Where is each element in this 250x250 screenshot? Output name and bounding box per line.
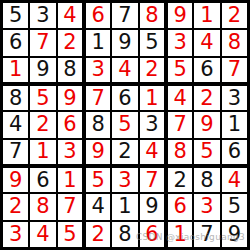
sudoku-cell-r8c3[interactable]: 7 bbox=[57, 193, 84, 220]
sudoku-cell-r2c4[interactable]: 1 bbox=[84, 29, 111, 56]
sudoku-cell-r1c8[interactable]: 1 bbox=[193, 2, 220, 29]
sudoku-cell-r1c7[interactable]: 9 bbox=[166, 2, 193, 29]
sudoku-board: 5346789126721953481983425678597614234268… bbox=[0, 0, 250, 250]
sudoku-cell-r2c2[interactable]: 7 bbox=[29, 29, 56, 56]
sudoku-cell-r1c9[interactable]: 2 bbox=[221, 2, 248, 29]
sudoku-cell-r4c7[interactable]: 4 bbox=[166, 84, 193, 111]
sudoku-cell-r2c8[interactable]: 4 bbox=[193, 29, 220, 56]
sudoku-cell-r5c2[interactable]: 2 bbox=[29, 111, 56, 138]
sudoku-cell-r9c3[interactable]: 5 bbox=[57, 221, 84, 248]
sudoku-cell-r7c4[interactable]: 5 bbox=[84, 166, 111, 193]
sudoku-cell-r3c9[interactable]: 7 bbox=[221, 57, 248, 84]
sudoku-cell-r7c1[interactable]: 9 bbox=[2, 166, 29, 193]
sudoku-cell-r4c6[interactable]: 1 bbox=[139, 84, 166, 111]
sudoku-cell-r7c6[interactable]: 7 bbox=[139, 166, 166, 193]
sudoku-cell-r1c6[interactable]: 8 bbox=[139, 2, 166, 29]
sudoku-cell-r2c7[interactable]: 3 bbox=[166, 29, 193, 56]
sudoku-cell-r3c7[interactable]: 5 bbox=[166, 57, 193, 84]
sudoku-cell-r6c5[interactable]: 2 bbox=[111, 139, 138, 166]
sudoku-cell-r9c7[interactable]: 1 bbox=[166, 221, 193, 248]
sudoku-cell-r6c7[interactable]: 8 bbox=[166, 139, 193, 166]
sudoku-cell-r2c1[interactable]: 6 bbox=[2, 29, 29, 56]
sudoku-cell-r5c3[interactable]: 6 bbox=[57, 111, 84, 138]
sudoku-cell-r5c1[interactable]: 4 bbox=[2, 111, 29, 138]
sudoku-cell-r7c3[interactable]: 1 bbox=[57, 166, 84, 193]
sudoku-cell-r4c1[interactable]: 8 bbox=[2, 84, 29, 111]
sudoku-cell-r7c5[interactable]: 3 bbox=[111, 166, 138, 193]
sudoku-cell-r2c5[interactable]: 9 bbox=[111, 29, 138, 56]
sudoku-cell-r4c9[interactable]: 3 bbox=[221, 84, 248, 111]
sudoku-cell-r8c8[interactable]: 3 bbox=[193, 193, 220, 220]
sudoku-cell-r8c5[interactable]: 1 bbox=[111, 193, 138, 220]
sudoku-cell-r3c8[interactable]: 6 bbox=[193, 57, 220, 84]
sudoku-cell-r9c9[interactable]: 9 bbox=[221, 221, 248, 248]
sudoku-cell-r6c4[interactable]: 9 bbox=[84, 139, 111, 166]
sudoku-cell-r6c8[interactable]: 5 bbox=[193, 139, 220, 166]
sudoku-cell-r5c7[interactable]: 7 bbox=[166, 111, 193, 138]
sudoku-cell-r5c8[interactable]: 9 bbox=[193, 111, 220, 138]
sudoku-cell-r6c2[interactable]: 1 bbox=[29, 139, 56, 166]
sudoku-cell-r2c6[interactable]: 5 bbox=[139, 29, 166, 56]
sudoku-cell-r8c9[interactable]: 5 bbox=[221, 193, 248, 220]
sudoku-cell-r5c9[interactable]: 1 bbox=[221, 111, 248, 138]
sudoku-cell-r3c3[interactable]: 8 bbox=[57, 57, 84, 84]
sudoku-cell-r3c4[interactable]: 3 bbox=[84, 57, 111, 84]
sudoku-cell-r6c1[interactable]: 7 bbox=[2, 139, 29, 166]
sudoku-cell-r9c2[interactable]: 4 bbox=[29, 221, 56, 248]
sudoku-cell-r8c2[interactable]: 8 bbox=[29, 193, 56, 220]
sudoku-cell-r2c9[interactable]: 8 bbox=[221, 29, 248, 56]
sudoku-cell-r4c2[interactable]: 5 bbox=[29, 84, 56, 111]
sudoku-cell-r3c1[interactable]: 1 bbox=[2, 57, 29, 84]
sudoku-cell-r6c6[interactable]: 4 bbox=[139, 139, 166, 166]
sudoku-cell-r8c6[interactable]: 9 bbox=[139, 193, 166, 220]
sudoku-cell-r3c2[interactable]: 9 bbox=[29, 57, 56, 84]
sudoku-cell-r1c5[interactable]: 7 bbox=[111, 2, 138, 29]
sudoku-cell-r1c3[interactable]: 4 bbox=[57, 2, 84, 29]
sudoku-cell-r1c1[interactable]: 5 bbox=[2, 2, 29, 29]
sudoku-cell-r7c9[interactable]: 4 bbox=[221, 166, 248, 193]
sudoku-cell-r7c2[interactable]: 6 bbox=[29, 166, 56, 193]
sudoku-cell-r3c5[interactable]: 4 bbox=[111, 57, 138, 84]
sudoku-cell-r5c6[interactable]: 3 bbox=[139, 111, 166, 138]
sudoku-cell-r4c3[interactable]: 9 bbox=[57, 84, 84, 111]
sudoku-cell-r1c2[interactable]: 3 bbox=[29, 2, 56, 29]
sudoku-cell-r5c5[interactable]: 5 bbox=[111, 111, 138, 138]
sudoku-cell-r9c5[interactable]: 8 bbox=[111, 221, 138, 248]
sudoku-cell-r9c4[interactable]: 2 bbox=[84, 221, 111, 248]
sudoku-cell-r1c4[interactable]: 6 bbox=[84, 2, 111, 29]
sudoku-cell-r4c4[interactable]: 7 bbox=[84, 84, 111, 111]
sudoku-cell-r9c1[interactable]: 3 bbox=[2, 221, 29, 248]
sudoku-cell-r9c6[interactable]: 6 bbox=[139, 221, 166, 248]
sudoku-cell-r3c6[interactable]: 2 bbox=[139, 57, 166, 84]
sudoku-cell-r6c3[interactable]: 3 bbox=[57, 139, 84, 166]
sudoku-cell-r8c4[interactable]: 4 bbox=[84, 193, 111, 220]
sudoku-cell-r7c8[interactable]: 8 bbox=[193, 166, 220, 193]
sudoku-cell-r8c7[interactable]: 6 bbox=[166, 193, 193, 220]
sudoku-cell-r9c8[interactable]: 7 bbox=[193, 221, 220, 248]
sudoku-cell-r4c8[interactable]: 2 bbox=[193, 84, 220, 111]
sudoku-cell-r5c4[interactable]: 8 bbox=[84, 111, 111, 138]
sudoku-cell-r8c1[interactable]: 2 bbox=[2, 193, 29, 220]
sudoku-cell-r7c7[interactable]: 2 bbox=[166, 166, 193, 193]
sudoku-cell-r6c9[interactable]: 6 bbox=[221, 139, 248, 166]
sudoku-cell-r4c5[interactable]: 6 bbox=[111, 84, 138, 111]
sudoku-cell-r2c3[interactable]: 2 bbox=[57, 29, 84, 56]
